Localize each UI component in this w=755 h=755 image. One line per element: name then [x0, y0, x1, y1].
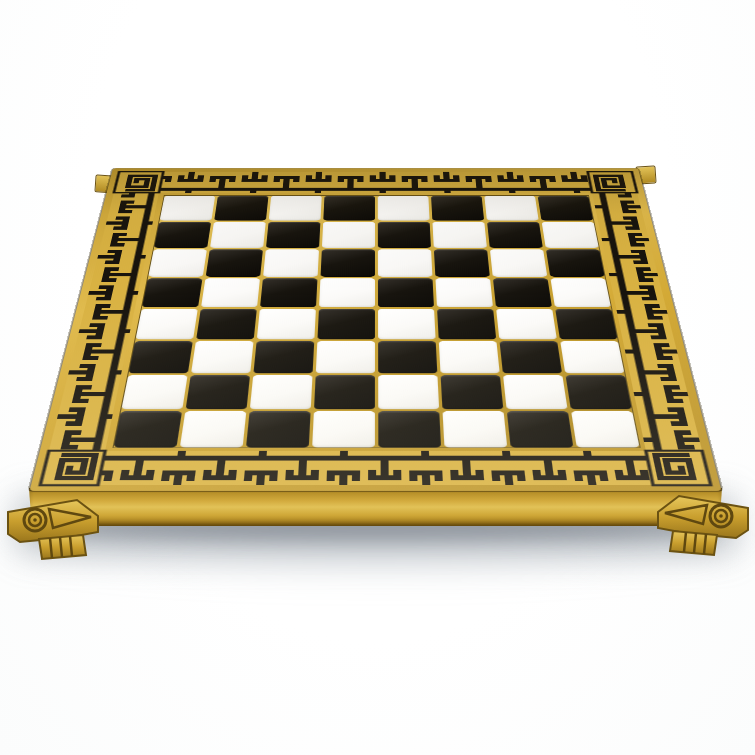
square-d3[interactable]	[316, 341, 375, 373]
square-g6[interactable]	[490, 249, 547, 276]
square-g2[interactable]	[503, 375, 568, 409]
square-e2[interactable]	[378, 375, 439, 409]
square-f8[interactable]	[431, 195, 484, 220]
square-c6[interactable]	[263, 249, 319, 276]
board-front-edge	[29, 488, 722, 526]
square-f7[interactable]	[432, 221, 486, 247]
square-h6[interactable]	[546, 249, 605, 276]
front-left-foot	[5, 497, 101, 563]
square-g7[interactable]	[487, 221, 543, 247]
square-c5[interactable]	[260, 278, 317, 307]
square-e3[interactable]	[378, 341, 437, 373]
square-a1[interactable]	[114, 411, 182, 447]
square-e7[interactable]	[378, 221, 431, 247]
square-b4[interactable]	[196, 308, 257, 339]
square-b5[interactable]	[201, 278, 260, 307]
square-d7[interactable]	[322, 221, 375, 247]
board-frame	[30, 168, 722, 490]
foot-capital	[658, 496, 748, 538]
square-c7[interactable]	[266, 221, 320, 247]
square-g3[interactable]	[500, 341, 563, 373]
square-a4[interactable]	[136, 308, 198, 339]
square-f5[interactable]	[435, 278, 493, 307]
square-f1[interactable]	[443, 411, 508, 447]
square-a5[interactable]	[142, 278, 202, 307]
square-f4[interactable]	[437, 308, 496, 339]
square-d8[interactable]	[323, 195, 375, 220]
square-g4[interactable]	[496, 308, 557, 339]
square-c1[interactable]	[246, 411, 311, 447]
square-e1[interactable]	[378, 411, 441, 447]
square-h2[interactable]	[566, 375, 632, 409]
square-a7[interactable]	[154, 221, 211, 247]
square-e5[interactable]	[378, 278, 434, 307]
square-a3[interactable]	[129, 341, 193, 373]
square-b1[interactable]	[180, 411, 247, 447]
square-d6[interactable]	[321, 249, 376, 276]
square-d1[interactable]	[312, 411, 375, 447]
square-c3[interactable]	[253, 341, 314, 373]
square-e4[interactable]	[378, 308, 436, 339]
checkerboard	[112, 195, 640, 448]
square-b6[interactable]	[206, 249, 263, 276]
square-c2[interactable]	[250, 375, 313, 409]
square-b8[interactable]	[214, 195, 268, 220]
square-b7[interactable]	[210, 221, 266, 247]
front-right-foot	[655, 493, 751, 559]
square-a6[interactable]	[148, 249, 207, 276]
square-d4[interactable]	[317, 308, 375, 339]
square-b3[interactable]	[191, 341, 254, 373]
square-c4[interactable]	[257, 308, 316, 339]
square-c8[interactable]	[269, 195, 322, 220]
square-e8[interactable]	[378, 195, 430, 220]
square-h3[interactable]	[560, 341, 624, 373]
chess-board	[30, 168, 722, 490]
square-f2[interactable]	[441, 375, 504, 409]
square-a2[interactable]	[121, 375, 187, 409]
square-d5[interactable]	[319, 278, 375, 307]
square-h4[interactable]	[555, 308, 617, 339]
square-e6[interactable]	[378, 249, 433, 276]
square-g1[interactable]	[507, 411, 574, 447]
square-h8[interactable]	[538, 195, 594, 220]
square-h7[interactable]	[542, 221, 599, 247]
square-f6[interactable]	[434, 249, 490, 276]
square-h1[interactable]	[571, 411, 639, 447]
square-d2[interactable]	[314, 375, 375, 409]
square-b2[interactable]	[186, 375, 250, 409]
foot-capital	[8, 500, 98, 542]
square-f3[interactable]	[439, 341, 500, 373]
square-g8[interactable]	[484, 195, 538, 220]
square-g5[interactable]	[493, 278, 552, 307]
photo-background	[0, 0, 755, 755]
square-h5[interactable]	[550, 278, 610, 307]
square-a8[interactable]	[160, 195, 216, 220]
